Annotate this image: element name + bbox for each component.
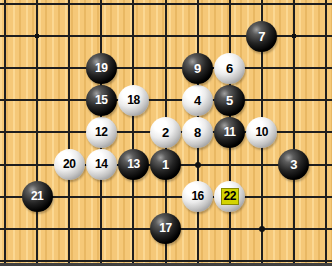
stone-21-black[interactable]: 21	[22, 181, 53, 212]
grid-hline-1	[0, 35, 332, 37]
move-number: 20	[63, 158, 75, 171]
stone-1-black[interactable]: 1	[150, 149, 181, 180]
move-number: 8	[194, 126, 201, 139]
point-marker-0	[195, 162, 201, 168]
grid-hline-0	[0, 3, 332, 5]
grid-hline-8	[0, 260, 332, 262]
move-number: 3	[290, 158, 297, 171]
move-number: 5	[226, 94, 233, 107]
move-number: 18	[127, 94, 139, 107]
grid-hline-3	[0, 99, 332, 101]
stone-6-white[interactable]: 6	[214, 53, 245, 84]
stone-8-white[interactable]: 8	[182, 117, 213, 148]
move-number: 13	[127, 158, 139, 171]
stone-12-white[interactable]: 12	[86, 117, 117, 148]
move-number: 6	[226, 62, 233, 75]
move-number: 21	[31, 190, 43, 203]
grid-hline-2	[0, 67, 332, 69]
stone-9-black[interactable]: 9	[182, 53, 213, 84]
hoshi-point-1	[292, 34, 296, 38]
stone-7-black[interactable]: 7	[246, 21, 277, 52]
stone-16-white[interactable]: 16	[182, 181, 213, 212]
stone-11-black[interactable]: 11	[214, 117, 245, 148]
move-number: 9	[194, 62, 201, 75]
move-number: 19	[95, 62, 107, 75]
stone-13-black[interactable]: 13	[118, 149, 149, 180]
move-number-highlighted: 22	[221, 188, 239, 205]
move-number: 16	[191, 190, 203, 203]
stone-17-black[interactable]: 17	[150, 213, 181, 244]
stone-10-white[interactable]: 10	[246, 117, 277, 148]
move-number: 15	[95, 94, 107, 107]
move-number: 11	[224, 126, 236, 139]
stone-19-black[interactable]: 19	[86, 53, 117, 84]
go-board[interactable]: 12345678910111213141516171819202122	[0, 0, 332, 266]
stone-18-white[interactable]: 18	[118, 85, 149, 116]
move-number: 7	[258, 30, 265, 43]
move-number: 4	[194, 94, 201, 107]
stone-20-white[interactable]: 20	[54, 149, 85, 180]
hoshi-point-0	[35, 34, 39, 38]
stone-15-black[interactable]: 15	[86, 85, 117, 116]
move-number: 2	[162, 126, 169, 139]
go-diagram: 12345678910111213141516171819202122	[0, 0, 332, 266]
move-number: 17	[159, 222, 171, 235]
stone-5-black[interactable]: 5	[214, 85, 245, 116]
point-marker-1	[259, 226, 265, 232]
stone-4-white[interactable]: 4	[182, 85, 213, 116]
stone-14-white[interactable]: 14	[86, 149, 117, 180]
move-number: 12	[95, 126, 107, 139]
stone-2-white[interactable]: 2	[150, 117, 181, 148]
move-number: 14	[95, 158, 107, 171]
move-number: 1	[162, 158, 169, 171]
move-number: 10	[256, 126, 268, 139]
